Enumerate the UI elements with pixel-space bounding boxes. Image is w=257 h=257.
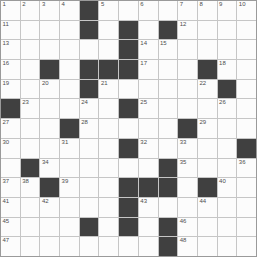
block-r6c7 [119,99,138,118]
cell-r11c13[interactable] [237,198,256,217]
cell-r11c1[interactable]: 41 [1,198,20,217]
cell-r13c4[interactable] [60,237,79,256]
cell-r6c3[interactable] [40,99,59,118]
cell-r12c3[interactable] [40,218,59,237]
cell-r1c12[interactable]: 9 [218,1,237,20]
clue-number: 3 [42,1,45,8]
cell-r2c3[interactable] [40,21,59,40]
cell-r13c10[interactable]: 48 [178,237,197,256]
cell-r2c4[interactable] [60,21,79,40]
block-r4c5 [80,60,99,79]
block-r3c7 [119,40,138,59]
block-r7c4 [60,119,79,138]
block-r6c1 [1,99,20,118]
cell-r3c11[interactable] [198,40,217,59]
block-r10c8 [139,178,158,197]
cell-r8c5[interactable] [80,139,99,158]
cell-r11c10[interactable] [178,198,197,217]
clue-number: 26 [219,99,226,106]
cell-r3c8[interactable]: 14 [139,40,158,59]
block-r10c9 [159,178,178,197]
cell-r12c11[interactable] [198,218,217,237]
cell-r12c4[interactable] [60,218,79,237]
clue-number: 34 [42,159,49,166]
cell-r13c7[interactable] [119,237,138,256]
cell-r4c8[interactable]: 17 [139,60,158,79]
block-r5c5 [80,80,99,99]
cell-r5c7[interactable] [119,80,138,99]
cell-r9c3[interactable]: 34 [40,159,59,178]
cell-r5c8[interactable] [139,80,158,99]
clue-number: 4 [62,1,65,8]
cell-r1c4[interactable]: 4 [60,1,79,20]
cell-r3c5[interactable] [80,40,99,59]
cell-r9c13[interactable]: 36 [237,159,256,178]
cell-r13c3[interactable] [40,237,59,256]
cell-r13c2[interactable] [21,237,40,256]
cell-r4c1[interactable]: 16 [1,60,20,79]
cell-r5c4[interactable] [60,80,79,99]
clue-number: 30 [3,139,10,146]
cell-r13c6[interactable] [99,237,118,256]
clue-number: 21 [101,80,108,87]
block-r12c5 [80,218,99,237]
cell-r2c11[interactable] [198,21,217,40]
block-r12c7 [119,218,138,237]
cell-r4c13[interactable] [237,60,256,79]
cell-r9c4[interactable] [60,159,79,178]
clue-number: 43 [140,198,147,205]
cell-r12c12[interactable] [218,218,237,237]
cell-r11c11[interactable]: 44 [198,198,217,217]
clue-number: 41 [3,198,10,205]
cell-r10c1[interactable]: 37 [1,178,20,197]
cell-r12c2[interactable] [21,218,40,237]
cell-r6c12[interactable]: 26 [218,99,237,118]
cell-r8c8[interactable]: 32 [139,139,158,158]
cell-r8c9[interactable] [159,139,178,158]
cell-r5c6[interactable]: 21 [99,80,118,99]
clue-number: 38 [22,178,29,185]
cell-r6c13[interactable] [237,99,256,118]
clue-number: 5 [101,1,104,8]
block-r4c3 [40,60,59,79]
cell-r2c2[interactable] [21,21,40,40]
clue-number: 32 [140,139,147,146]
cell-r7c11[interactable]: 29 [198,119,217,138]
clue-number: 12 [180,21,187,28]
block-r8c13 [237,139,256,158]
clue-number: 39 [62,178,69,185]
cell-r13c8[interactable] [139,237,158,256]
clue-number: 16 [3,60,10,67]
block-r11c7 [119,198,138,217]
clue-number: 35 [180,159,187,166]
cell-r8c11[interactable] [198,139,217,158]
cell-r10c12[interactable]: 40 [218,178,237,197]
cell-r3c3[interactable] [40,40,59,59]
cell-r10c6[interactable] [99,178,118,197]
block-r9c2 [21,159,40,178]
clue-number: 33 [180,139,187,146]
cell-r9c5[interactable] [80,159,99,178]
cell-r8c1[interactable]: 30 [1,139,20,158]
cell-r2c1[interactable]: 11 [1,21,20,40]
cell-r1c8[interactable]: 6 [139,1,158,20]
cell-r2c6[interactable] [99,21,118,40]
cell-r6c11[interactable] [198,99,217,118]
clue-number: 2 [22,1,25,8]
cell-r8c10[interactable]: 33 [178,139,197,158]
cell-r7c8[interactable] [139,119,158,138]
cell-r11c9[interactable] [159,198,178,217]
block-r4c6 [99,60,118,79]
cell-r1c2[interactable]: 2 [21,1,40,20]
cell-r7c12[interactable] [218,119,237,138]
cell-r11c6[interactable] [99,198,118,217]
cell-r2c12[interactable] [218,21,237,40]
clue-number: 15 [160,40,167,47]
cell-r12c13[interactable] [237,218,256,237]
cell-r11c5[interactable] [80,198,99,217]
clue-number: 40 [219,178,226,185]
clue-number: 42 [42,198,49,205]
cell-r10c2[interactable]: 38 [21,178,40,197]
cell-r5c9[interactable] [159,80,178,99]
cell-r11c12[interactable] [218,198,237,217]
cell-r3c13[interactable] [237,40,256,59]
clue-number: 47 [3,237,10,244]
cell-r13c1[interactable]: 47 [1,237,20,256]
clue-number: 14 [140,40,147,47]
clue-number: 28 [81,119,88,126]
block-r8c7 [119,139,138,158]
clue-number: 45 [3,218,10,225]
clue-number: 37 [3,178,10,185]
block-r2c9 [159,21,178,40]
cell-r3c4[interactable] [60,40,79,59]
clue-number: 1 [3,1,6,8]
cell-r10c10[interactable] [178,178,197,197]
cell-r1c13[interactable]: 10 [237,1,256,20]
cell-r11c4[interactable] [60,198,79,217]
cell-r13c5[interactable] [80,237,99,256]
clue-number: 29 [199,119,206,126]
cell-r1c3[interactable]: 3 [40,1,59,20]
cell-r13c13[interactable] [237,237,256,256]
cell-r5c3[interactable]: 20 [40,80,59,99]
clue-number: 10 [239,1,246,8]
cell-r3c6[interactable] [99,40,118,59]
cell-r1c9[interactable] [159,1,178,20]
cell-r5c1[interactable]: 19 [1,80,20,99]
cell-r7c6[interactable] [99,119,118,138]
cell-r10c5[interactable] [80,178,99,197]
cell-r6c8[interactable]: 25 [139,99,158,118]
block-r12c9 [159,218,178,237]
cell-r7c1[interactable]: 27 [1,119,20,138]
clue-number: 6 [140,1,143,8]
cell-r9c1[interactable] [1,159,20,178]
clue-number: 20 [42,80,49,87]
cell-r12c6[interactable] [99,218,118,237]
block-r10c3 [40,178,59,197]
clue-number: 18 [219,60,226,67]
cell-r8c12[interactable] [218,139,237,158]
clue-number: 44 [199,198,206,205]
cell-r6c4[interactable] [60,99,79,118]
cell-r11c3[interactable]: 42 [40,198,59,217]
block-r1c5 [80,1,99,20]
cell-r8c2[interactable] [21,139,40,158]
clue-number: 36 [239,159,246,166]
cell-r9c8[interactable] [139,159,158,178]
cell-r1c1[interactable]: 1 [1,1,20,20]
cell-r9c10[interactable]: 35 [178,159,197,178]
cell-r1c11[interactable]: 8 [198,1,217,20]
cell-r9c11[interactable] [198,159,217,178]
cell-r7c13[interactable] [237,119,256,138]
clue-number: 31 [62,139,69,146]
clue-number: 13 [3,40,10,47]
cell-r5c11[interactable]: 22 [198,80,217,99]
cell-r12c8[interactable] [139,218,158,237]
clue-number: 27 [3,119,10,126]
cell-r7c5[interactable]: 28 [80,119,99,138]
cell-r6c9[interactable] [159,99,178,118]
cell-r12c10[interactable]: 46 [178,218,197,237]
block-r7c10 [178,119,197,138]
cell-r3c10[interactable] [178,40,197,59]
clue-number: 25 [140,99,147,106]
clue-number: 9 [219,1,222,8]
cell-r3c2[interactable] [21,40,40,59]
clue-number: 11 [3,21,9,28]
clue-number: 7 [180,1,183,8]
cell-r1c7[interactable] [119,1,138,20]
clue-number: 8 [199,1,202,8]
cell-r4c9[interactable] [159,60,178,79]
cell-r7c7[interactable] [119,119,138,138]
cell-r11c2[interactable] [21,198,40,217]
cell-r8c4[interactable]: 31 [60,139,79,158]
cell-r10c13[interactable] [237,178,256,197]
cell-r2c10[interactable]: 12 [178,21,197,40]
cell-r6c5[interactable]: 24 [80,99,99,118]
cell-r4c12[interactable]: 18 [218,60,237,79]
cell-r6c10[interactable] [178,99,197,118]
cell-r4c4[interactable] [60,60,79,79]
cell-r13c12[interactable] [218,237,237,256]
cell-r12c1[interactable]: 45 [1,218,20,237]
cell-r3c12[interactable] [218,40,237,59]
crossword-grid: 1234567891011121314151617181920212223242… [0,0,257,257]
cell-r13c11[interactable] [198,237,217,256]
cell-r3c1[interactable]: 13 [1,40,20,59]
cell-r5c13[interactable] [237,80,256,99]
cell-r7c3[interactable] [40,119,59,138]
block-r13c9 [159,237,178,256]
block-r4c7 [119,60,138,79]
cell-r4c10[interactable] [178,60,197,79]
block-r2c5 [80,21,99,40]
cell-r9c7[interactable] [119,159,138,178]
block-r10c7 [119,178,138,197]
cell-r6c2[interactable]: 23 [21,99,40,118]
cell-r3c9[interactable]: 15 [159,40,178,59]
cell-r1c10[interactable]: 7 [178,1,197,20]
cell-r10c4[interactable]: 39 [60,178,79,197]
block-r10c11 [198,178,217,197]
cell-r2c13[interactable] [237,21,256,40]
block-r5c12 [218,80,237,99]
cell-r2c8[interactable] [139,21,158,40]
block-r4c11 [198,60,217,79]
clue-number: 17 [140,60,147,67]
cell-r11c8[interactable]: 43 [139,198,158,217]
clue-number: 19 [3,80,10,87]
cell-r4c2[interactable] [21,60,40,79]
cell-r1c6[interactable]: 5 [99,1,118,20]
block-r2c7 [119,21,138,40]
clue-number: 22 [199,80,206,87]
cell-r9c6[interactable] [99,159,118,178]
cell-r6c6[interactable] [99,99,118,118]
clue-number: 24 [81,99,88,106]
clue-number: 46 [180,218,187,225]
cell-r9c12[interactable] [218,159,237,178]
clue-number: 48 [180,237,187,244]
block-r9c9 [159,159,178,178]
cell-r7c2[interactable] [21,119,40,138]
cell-r7c9[interactable] [159,119,178,138]
cell-r5c2[interactable] [21,80,40,99]
cell-r5c10[interactable] [178,80,197,99]
cell-r8c3[interactable] [40,139,59,158]
clue-number: 23 [22,99,29,106]
cell-r8c6[interactable] [99,139,118,158]
